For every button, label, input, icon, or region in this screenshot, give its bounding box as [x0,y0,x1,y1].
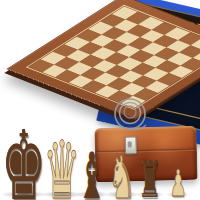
piece-shadow [104,191,140,198]
piece-shadow [167,191,189,198]
chess-set-product-photo: SCHACHBR ♚ ♛ ♝ ♞ ♜ ♟ [0,0,200,200]
piece-light-queen: ♛ [43,131,80,200]
chess-board-grid [29,6,200,108]
wire-spiral-decoration [110,94,150,134]
case-clasp-notch [128,141,132,147]
piece-dark-king: ♚ [2,118,47,200]
wooden-storage-case [94,126,197,183]
case-lid-seam [97,148,195,153]
piece-shadow [136,191,164,198]
